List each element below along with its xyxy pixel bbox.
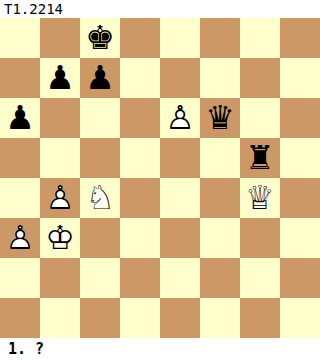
piece-outline: ♙ <box>0 218 40 258</box>
square-h2[interactable] <box>280 258 320 298</box>
square-b7[interactable]: ♟ <box>40 58 80 98</box>
square-e4[interactable] <box>160 178 200 218</box>
square-d3[interactable] <box>120 218 160 258</box>
square-c1[interactable] <box>80 298 120 338</box>
square-a4[interactable] <box>0 178 40 218</box>
square-c2[interactable] <box>80 258 120 298</box>
square-f6[interactable]: ♛ <box>200 98 240 138</box>
piece-outline: ♙ <box>160 98 200 138</box>
square-h5[interactable] <box>280 138 320 178</box>
square-b4[interactable]: ♟♙ <box>40 178 80 218</box>
square-b2[interactable] <box>40 258 80 298</box>
square-e1[interactable] <box>160 298 200 338</box>
square-a2[interactable] <box>0 258 40 298</box>
square-b5[interactable] <box>40 138 80 178</box>
piece-wK-b3: ♚♔ <box>40 218 80 258</box>
square-d5[interactable] <box>120 138 160 178</box>
square-f4[interactable] <box>200 178 240 218</box>
piece-wN-c4: ♞♘ <box>80 178 120 218</box>
piece-outline: ♕ <box>240 178 280 218</box>
square-d6[interactable] <box>120 98 160 138</box>
square-g4[interactable]: ♛♕ <box>240 178 280 218</box>
square-f8[interactable] <box>200 18 240 58</box>
square-c7[interactable]: ♟ <box>80 58 120 98</box>
piece-outline: ♙ <box>40 178 80 218</box>
square-g6[interactable] <box>240 98 280 138</box>
square-d1[interactable] <box>120 298 160 338</box>
square-g5[interactable]: ♜ <box>240 138 280 178</box>
square-c6[interactable] <box>80 98 120 138</box>
square-c3[interactable] <box>80 218 120 258</box>
square-h3[interactable] <box>280 218 320 258</box>
piece-outline: ♔ <box>40 218 80 258</box>
square-f5[interactable] <box>200 138 240 178</box>
move-prompt-label: 1. ? <box>0 338 320 360</box>
square-a8[interactable] <box>0 18 40 58</box>
square-d4[interactable] <box>120 178 160 218</box>
square-a6[interactable]: ♟ <box>0 98 40 138</box>
square-h6[interactable] <box>280 98 320 138</box>
square-c8[interactable]: ♚ <box>80 18 120 58</box>
square-f3[interactable] <box>200 218 240 258</box>
square-e3[interactable] <box>160 218 200 258</box>
piece-wP-e6: ♟♙ <box>160 98 200 138</box>
square-c5[interactable] <box>80 138 120 178</box>
square-c4[interactable]: ♞♘ <box>80 178 120 218</box>
square-a5[interactable] <box>0 138 40 178</box>
square-e6[interactable]: ♟♙ <box>160 98 200 138</box>
square-f7[interactable] <box>200 58 240 98</box>
square-d8[interactable] <box>120 18 160 58</box>
square-h1[interactable] <box>280 298 320 338</box>
square-h8[interactable] <box>280 18 320 58</box>
square-b3[interactable]: ♚♔ <box>40 218 80 258</box>
square-g3[interactable] <box>240 218 280 258</box>
square-d2[interactable] <box>120 258 160 298</box>
piece-bK-c8: ♚ <box>80 18 120 58</box>
piece-bP-a6: ♟ <box>0 98 40 138</box>
piece-wP-b4: ♟♙ <box>40 178 80 218</box>
piece-bP-b7: ♟ <box>40 58 80 98</box>
square-d7[interactable] <box>120 58 160 98</box>
square-e7[interactable] <box>160 58 200 98</box>
chess-board: ♚♟♟♟♟♙♛♜♟♙♞♘♛♕♟♙♚♔ <box>0 18 320 338</box>
square-e8[interactable] <box>160 18 200 58</box>
square-f2[interactable] <box>200 258 240 298</box>
piece-bQ-f6: ♛ <box>200 98 240 138</box>
square-e5[interactable] <box>160 138 200 178</box>
square-a1[interactable] <box>0 298 40 338</box>
puzzle-id-label: T1.2214 <box>0 0 320 18</box>
square-h7[interactable] <box>280 58 320 98</box>
square-e2[interactable] <box>160 258 200 298</box>
square-g8[interactable] <box>240 18 280 58</box>
square-g1[interactable] <box>240 298 280 338</box>
square-f1[interactable] <box>200 298 240 338</box>
piece-outline: ♘ <box>80 178 120 218</box>
piece-wP-a3: ♟♙ <box>0 218 40 258</box>
piece-bP-c7: ♟ <box>80 58 120 98</box>
square-a3[interactable]: ♟♙ <box>0 218 40 258</box>
square-b8[interactable] <box>40 18 80 58</box>
square-b6[interactable] <box>40 98 80 138</box>
piece-wQ-g4: ♛♕ <box>240 178 280 218</box>
square-g2[interactable] <box>240 258 280 298</box>
square-h4[interactable] <box>280 178 320 218</box>
piece-bR-g5: ♜ <box>240 138 280 178</box>
square-b1[interactable] <box>40 298 80 338</box>
square-a7[interactable] <box>0 58 40 98</box>
square-g7[interactable] <box>240 58 280 98</box>
